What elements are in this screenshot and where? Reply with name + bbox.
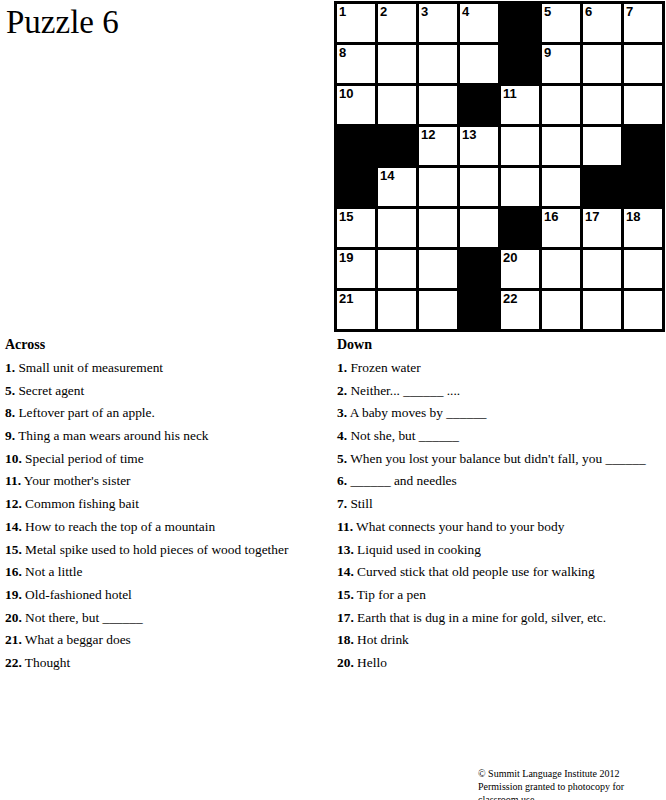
grid-cell[interactable] [378,45,416,83]
clue-number: 4. [337,428,347,443]
clue-text: Special period of time [25,451,144,466]
down-header: Down [337,337,665,353]
grid-cell[interactable]: 2 [378,4,416,42]
grid-cell[interactable]: 18 [624,209,662,247]
cell-number: 16 [544,209,558,224]
grid-block-cell [460,291,498,329]
clue-number: 5. [337,451,347,466]
grid-block-cell [624,168,662,206]
clue-number: 9. [5,428,15,443]
grid-cell[interactable]: 13 [460,127,498,165]
grid-cell[interactable] [460,209,498,247]
cell-number: 4 [462,4,469,19]
clue-number: 17. [337,610,354,625]
grid-cell[interactable] [419,291,457,329]
grid-cell[interactable]: 14 [378,168,416,206]
footer-copyright: © Summit Language Institute 2012 [478,767,666,780]
clue-text: Thought [25,655,70,670]
clue-across-21: 21. What a beggar does [5,632,335,647]
grid-cell[interactable]: 9 [542,45,580,83]
clue-number: 11. [5,473,21,488]
clue-text: Tip for a pen [357,587,426,602]
clue-text: Not she, but ______ [350,428,459,443]
grid-block-cell [583,168,621,206]
grid-cell[interactable] [624,291,662,329]
clue-text: Secret agent [18,383,84,398]
grid-cell[interactable] [583,45,621,83]
clue-text: Thing a man wears around his neck [18,428,208,443]
down-clues-section: Down 1. Frozen water2. Neither... ______… [337,337,665,678]
clue-text: Hot drink [357,632,409,647]
clue-down-2: 2. Neither... ______ .... [337,383,665,398]
crossword-grid: 12345678910111213141516171819202122 [334,1,665,332]
grid-cell[interactable]: 11 [501,86,539,124]
across-clues-section: Across 1. Small unit of measurement5. Se… [5,337,335,678]
clue-across-22: 22. Thought [5,655,335,670]
clue-text: Not a little [25,564,82,579]
clue-down-3: 3. A baby moves by ______ [337,405,665,420]
grid-block-cell [624,127,662,165]
clue-text: A baby moves by ______ [350,405,487,420]
clue-number: 11. [337,519,353,534]
clue-text: Leftover part of an apple. [18,405,154,420]
grid-cell[interactable] [419,86,457,124]
cell-number: 15 [339,209,353,224]
grid-block-cell [501,209,539,247]
cell-number: 2 [380,4,387,19]
clue-text: Hello [357,655,387,670]
cell-number: 21 [339,291,353,306]
clue-text: Your mother's sister [24,473,131,488]
clue-text: Metal spike used to hold pieces of wood … [25,542,288,557]
clue-number: 2. [337,383,347,398]
grid-cell[interactable] [624,250,662,288]
grid-cell[interactable] [378,291,416,329]
grid-cell[interactable] [419,209,457,247]
grid-cell[interactable] [624,86,662,124]
grid-cell[interactable]: 21 [337,291,375,329]
across-clue-list: 1. Small unit of measurement5. Secret ag… [5,360,335,670]
clue-number: 1. [337,360,347,375]
grid-cell[interactable] [542,168,580,206]
clue-across-5: 5. Secret agent [5,383,335,398]
clue-number: 7. [337,496,347,511]
grid-block-cell [337,127,375,165]
clue-across-14: 14. How to reach the top of a mountain [5,519,335,534]
grid-cell[interactable]: 6 [583,4,621,42]
clue-across-11: 11. Your mother's sister [5,473,335,488]
clue-number: 19. [5,587,22,602]
clue-across-16: 16. Not a little [5,564,335,579]
cell-number: 22 [503,291,517,306]
clue-text: Common fishing bait [25,496,139,511]
grid-cell[interactable] [583,86,621,124]
cell-number: 17 [585,209,599,224]
clue-number: 10. [5,451,22,466]
grid-cell[interactable]: 10 [337,86,375,124]
clue-number: 8. [5,405,15,420]
grid-cell[interactable] [378,250,416,288]
cell-number: 9 [544,45,551,60]
clue-number: 15. [5,542,22,557]
grid-cell[interactable] [542,86,580,124]
clue-down-1: 1. Frozen water [337,360,665,375]
clue-number: 13. [337,542,354,557]
clue-down-18: 18. Hot drink [337,632,665,647]
clue-down-13: 13. Liquid used in cooking [337,542,665,557]
grid-block-cell [337,168,375,206]
footer-permission: Permission granted to photocopy for clas… [478,780,666,800]
clue-down-6: 6. ______ and needles [337,473,665,488]
grid-cell[interactable] [583,250,621,288]
clue-down-5: 5. When you lost your balance but didn't… [337,451,665,466]
clue-across-20: 20. Not there, but ______ [5,610,335,625]
across-header: Across [5,337,335,353]
clue-down-15: 15. Tip for a pen [337,587,665,602]
clue-text: How to reach the top of a mountain [25,519,215,534]
grid-cell[interactable] [583,291,621,329]
grid-cell[interactable] [542,250,580,288]
clue-number: 21. [5,632,22,647]
cell-number: 20 [503,250,517,265]
grid-cell[interactable]: 16 [542,209,580,247]
grid-cell[interactable]: 19 [337,250,375,288]
clue-down-4: 4. Not she, but ______ [337,428,665,443]
grid-cell[interactable] [419,250,457,288]
clue-number: 3. [337,405,347,420]
clue-text: Neither... ______ .... [350,383,460,398]
clue-down-20: 20. Hello [337,655,665,670]
page-title: Puzzle 6 [6,2,119,42]
grid-cell[interactable] [378,86,416,124]
grid-cell[interactable] [542,127,580,165]
clue-across-12: 12. Common fishing bait [5,496,335,511]
grid-cell[interactable]: 22 [501,291,539,329]
grid-cell[interactable] [460,168,498,206]
clue-text: Liquid used in cooking [357,542,481,557]
grid-cell[interactable]: 4 [460,4,498,42]
clue-across-1: 1. Small unit of measurement [5,360,335,375]
clue-across-9: 9. Thing a man wears around his neck [5,428,335,443]
cell-number: 18 [626,209,640,224]
clue-text: Earth that is dug in a mine for gold, si… [357,610,606,625]
clue-number: 5. [5,383,15,398]
grid-cell[interactable] [583,127,621,165]
grid-cell[interactable]: 15 [337,209,375,247]
clue-text: What a beggar does [25,632,131,647]
grid-cell[interactable] [624,45,662,83]
clue-text: Still [350,496,372,511]
grid-cell[interactable]: 17 [583,209,621,247]
clue-text: Small unit of measurement [18,360,163,375]
clue-number: 22. [5,655,22,670]
cell-number: 14 [380,168,394,183]
cell-number: 12 [421,127,435,142]
down-clue-list: 1. Frozen water2. Neither... ______ ....… [337,360,665,670]
cell-number: 7 [626,4,633,19]
cell-number: 8 [339,45,346,60]
grid-block-cell [378,127,416,165]
clue-text: When you lost your balance but didn't fa… [350,451,645,466]
cell-number: 13 [462,127,476,142]
clue-number: 12. [5,496,22,511]
clue-text: ______ and needles [350,473,456,488]
clue-down-14: 14. Curved stick that old people use for… [337,564,665,579]
cell-number: 11 [503,86,517,101]
clue-text: Not there, but ______ [25,610,143,625]
grid-cell[interactable] [542,291,580,329]
grid-cell[interactable] [419,45,457,83]
cell-number: 5 [544,4,551,19]
cell-number: 6 [585,4,592,19]
grid-cell[interactable] [419,168,457,206]
grid-cell[interactable] [378,209,416,247]
cell-number: 3 [421,4,428,19]
clue-number: 20. [337,655,354,670]
grid-block-cell [460,250,498,288]
grid-cell[interactable]: 5 [542,4,580,42]
clue-down-17: 17. Earth that is dug in a mine for gold… [337,610,665,625]
clue-down-11: 11. What connects your hand to your body [337,519,665,534]
clue-down-7: 7. Still [337,496,665,511]
grid-cell[interactable]: 7 [624,4,662,42]
clue-number: 16. [5,564,22,579]
clue-text: Frozen water [350,360,420,375]
grid-cell[interactable]: 3 [419,4,457,42]
clue-number: 6. [337,473,347,488]
clue-text: Old-fashioned hotel [25,587,132,602]
clue-across-15: 15. Metal spike used to hold pieces of w… [5,542,335,557]
clue-number: 14. [337,564,354,579]
grid-cell[interactable]: 20 [501,250,539,288]
clue-across-10: 10. Special period of time [5,451,335,466]
clue-number: 15. [337,587,354,602]
grid-cell[interactable] [460,45,498,83]
clue-number: 14. [5,519,22,534]
clue-across-19: 19. Old-fashioned hotel [5,587,335,602]
grid-cell[interactable] [501,127,539,165]
clue-text: What connects your hand to your body [356,519,564,534]
grid-cell[interactable]: 1 [337,4,375,42]
clue-text: Curved stick that old people use for wal… [357,564,595,579]
clue-number: 1. [5,360,15,375]
grid-block-cell [501,4,539,42]
clue-number: 20. [5,610,22,625]
grid-block-cell [501,45,539,83]
clue-number: 18. [337,632,354,647]
grid-cell[interactable] [501,168,539,206]
grid-cell[interactable]: 8 [337,45,375,83]
cell-number: 19 [339,250,353,265]
grid-block-cell [460,86,498,124]
grid-cell[interactable]: 12 [419,127,457,165]
cell-number: 10 [339,86,353,101]
cell-number: 1 [339,4,346,19]
footer: © Summit Language Institute 2012 Permiss… [478,767,666,800]
clue-across-8: 8. Leftover part of an apple. [5,405,335,420]
